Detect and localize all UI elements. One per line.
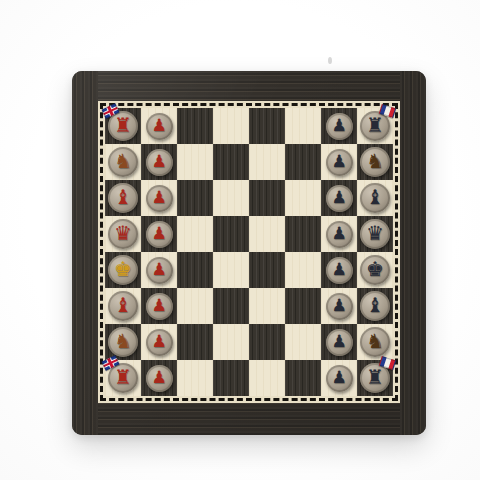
square-a5[interactable] — [249, 108, 285, 144]
square-b4[interactable] — [213, 144, 249, 180]
square-g5[interactable] — [249, 324, 285, 360]
chess-piece-glyph: ♝ — [114, 187, 132, 207]
piece-white-queen: ♛ — [108, 219, 138, 249]
photo-background: ♜♟♟♜♞♟♟♞♝♟♟♝♛♟♟♛♚♟♟♚♝♟♟♝♞♟♟♞♜♟♟♜ — [0, 0, 480, 480]
chess-piece-glyph: ♞ — [366, 151, 384, 171]
square-g3[interactable] — [177, 324, 213, 360]
square-g2[interactable]: ♟ — [141, 324, 177, 360]
chess-piece-glyph: ♟ — [331, 225, 346, 242]
square-a4[interactable] — [213, 108, 249, 144]
square-c5[interactable] — [249, 180, 285, 216]
square-a2[interactable]: ♟ — [141, 108, 177, 144]
square-e4[interactable] — [213, 252, 249, 288]
piece-white-pawn: ♟ — [146, 293, 173, 320]
square-a1[interactable]: ♜ — [105, 108, 141, 144]
square-b8[interactable]: ♞ — [357, 144, 393, 180]
square-f4[interactable] — [213, 288, 249, 324]
square-d8[interactable]: ♛ — [357, 216, 393, 252]
chess-piece-glyph: ♜ — [366, 115, 384, 135]
chess-piece-glyph: ♞ — [366, 331, 384, 351]
square-e8[interactable]: ♚ — [357, 252, 393, 288]
square-e6[interactable] — [285, 252, 321, 288]
chess-piece-glyph: ♚ — [114, 259, 132, 279]
marquetry-border: ♜♟♟♜♞♟♟♞♝♟♟♝♛♟♟♛♚♟♟♚♝♟♟♝♞♟♟♞♜♟♟♜ — [98, 101, 400, 403]
piece-black-pawn: ♟ — [326, 113, 353, 140]
square-b6[interactable] — [285, 144, 321, 180]
chess-piece-glyph: ♟ — [331, 153, 346, 170]
square-h4[interactable] — [213, 360, 249, 396]
piece-white-pawn: ♟ — [146, 185, 173, 212]
piece-black-bishop: ♝ — [360, 183, 390, 213]
square-b5[interactable] — [249, 144, 285, 180]
chess-piece-glyph: ♝ — [366, 187, 384, 207]
piece-white-pawn: ♟ — [146, 329, 173, 356]
chess-piece-glyph: ♟ — [331, 117, 346, 134]
chess-piece-glyph: ♟ — [331, 261, 346, 278]
board-frame-left — [72, 71, 98, 435]
square-d5[interactable] — [249, 216, 285, 252]
chess-piece-glyph: ♟ — [151, 189, 166, 206]
square-g8[interactable]: ♞ — [357, 324, 393, 360]
piece-black-rook: ♜ — [360, 363, 390, 393]
chess-piece-glyph: ♟ — [151, 297, 166, 314]
dust-speck — [328, 57, 332, 64]
square-c1[interactable]: ♝ — [105, 180, 141, 216]
square-a7[interactable]: ♟ — [321, 108, 357, 144]
piece-black-pawn: ♟ — [326, 221, 353, 248]
square-e3[interactable] — [177, 252, 213, 288]
square-d2[interactable]: ♟ — [141, 216, 177, 252]
square-e5[interactable] — [249, 252, 285, 288]
square-c7[interactable]: ♟ — [321, 180, 357, 216]
chess-piece-glyph: ♟ — [151, 369, 166, 386]
chess-board-grid: ♜♟♟♜♞♟♟♞♝♟♟♝♛♟♟♛♚♟♟♚♝♟♟♝♞♟♟♞♜♟♟♜ — [105, 108, 393, 396]
square-d6[interactable] — [285, 216, 321, 252]
chess-piece-glyph: ♚ — [366, 259, 384, 279]
piece-black-pawn: ♟ — [326, 329, 353, 356]
square-f1[interactable]: ♝ — [105, 288, 141, 324]
square-h7[interactable]: ♟ — [321, 360, 357, 396]
square-c4[interactable] — [213, 180, 249, 216]
square-h6[interactable] — [285, 360, 321, 396]
piece-black-bishop: ♝ — [360, 291, 390, 321]
square-c2[interactable]: ♟ — [141, 180, 177, 216]
square-g4[interactable] — [213, 324, 249, 360]
square-c6[interactable] — [285, 180, 321, 216]
piece-black-queen: ♛ — [360, 219, 390, 249]
square-e2[interactable]: ♟ — [141, 252, 177, 288]
square-h8[interactable]: ♜ — [357, 360, 393, 396]
chess-piece-glyph: ♟ — [151, 261, 166, 278]
chess-board: ♜♟♟♜♞♟♟♞♝♟♟♝♛♟♟♛♚♟♟♚♝♟♟♝♞♟♟♞♜♟♟♜ — [72, 71, 426, 435]
chess-piece-glyph: ♜ — [114, 115, 132, 135]
piece-black-pawn: ♟ — [326, 365, 353, 392]
square-h5[interactable] — [249, 360, 285, 396]
piece-white-pawn: ♟ — [146, 257, 173, 284]
piece-black-pawn: ♟ — [326, 257, 353, 284]
chess-piece-glyph: ♝ — [366, 295, 384, 315]
piece-white-pawn: ♟ — [146, 365, 173, 392]
chess-piece-glyph: ♟ — [331, 333, 346, 350]
piece-white-bishop: ♝ — [108, 291, 138, 321]
chess-piece-glyph: ♟ — [151, 153, 166, 170]
piece-black-king: ♚ — [360, 255, 390, 285]
chess-piece-glyph: ♟ — [151, 117, 166, 134]
square-a3[interactable] — [177, 108, 213, 144]
square-b3[interactable] — [177, 144, 213, 180]
chess-piece-glyph: ♟ — [331, 369, 346, 386]
square-c3[interactable] — [177, 180, 213, 216]
square-f8[interactable]: ♝ — [357, 288, 393, 324]
square-d1[interactable]: ♛ — [105, 216, 141, 252]
square-c8[interactable]: ♝ — [357, 180, 393, 216]
chess-piece-glyph: ♟ — [331, 297, 346, 314]
chess-piece-glyph: ♟ — [151, 333, 166, 350]
square-h2[interactable]: ♟ — [141, 360, 177, 396]
dashed-border-line: ♜♟♟♜♞♟♟♞♝♟♟♝♛♟♟♛♚♟♟♚♝♟♟♝♞♟♟♞♜♟♟♜ — [100, 103, 398, 401]
square-e7[interactable]: ♟ — [321, 252, 357, 288]
chess-piece-glyph: ♝ — [114, 295, 132, 315]
square-b1[interactable]: ♞ — [105, 144, 141, 180]
square-f7[interactable]: ♟ — [321, 288, 357, 324]
piece-black-knight: ♞ — [360, 147, 390, 177]
piece-white-knight: ♞ — [108, 147, 138, 177]
piece-white-knight: ♞ — [108, 327, 138, 357]
square-h1[interactable]: ♜ — [105, 360, 141, 396]
board-frame-right — [400, 71, 426, 435]
square-d4[interactable] — [213, 216, 249, 252]
square-b7[interactable]: ♟ — [321, 144, 357, 180]
chess-piece-glyph: ♛ — [114, 223, 132, 243]
square-d3[interactable] — [177, 216, 213, 252]
square-f5[interactable] — [249, 288, 285, 324]
square-g1[interactable]: ♞ — [105, 324, 141, 360]
chess-piece-glyph: ♞ — [114, 331, 132, 351]
square-e1[interactable]: ♚ — [105, 252, 141, 288]
chess-piece-glyph: ♟ — [151, 225, 166, 242]
square-a8[interactable]: ♜ — [357, 108, 393, 144]
piece-white-bishop: ♝ — [108, 183, 138, 213]
chess-piece-glyph: ♜ — [114, 367, 132, 387]
chess-piece-glyph: ♜ — [366, 367, 384, 387]
chess-piece-glyph: ♞ — [114, 151, 132, 171]
square-g7[interactable]: ♟ — [321, 324, 357, 360]
square-f2[interactable]: ♟ — [141, 288, 177, 324]
piece-white-pawn: ♟ — [146, 221, 173, 248]
piece-black-knight: ♞ — [360, 327, 390, 357]
chess-piece-glyph: ♟ — [331, 189, 346, 206]
square-g6[interactable] — [285, 324, 321, 360]
piece-white-rook: ♜ — [108, 363, 138, 393]
square-f3[interactable] — [177, 288, 213, 324]
chess-piece-glyph: ♛ — [366, 223, 384, 243]
square-f6[interactable] — [285, 288, 321, 324]
piece-white-rook: ♜ — [108, 111, 138, 141]
square-a6[interactable] — [285, 108, 321, 144]
piece-white-pawn: ♟ — [146, 149, 173, 176]
square-h3[interactable] — [177, 360, 213, 396]
piece-white-king: ♚ — [108, 255, 138, 285]
square-d7[interactable]: ♟ — [321, 216, 357, 252]
square-b2[interactable]: ♟ — [141, 144, 177, 180]
piece-black-rook: ♜ — [360, 111, 390, 141]
piece-white-pawn: ♟ — [146, 113, 173, 140]
piece-black-pawn: ♟ — [326, 149, 353, 176]
piece-black-pawn: ♟ — [326, 185, 353, 212]
piece-black-pawn: ♟ — [326, 293, 353, 320]
